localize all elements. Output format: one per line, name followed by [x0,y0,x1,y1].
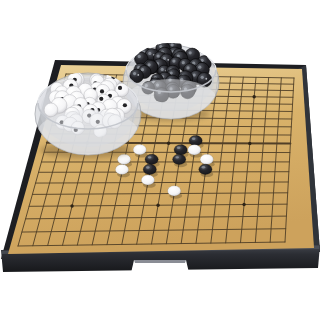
magnet-dot [99,97,103,101]
star-point [242,203,245,206]
star-point [252,95,255,98]
stone-sparkle [167,59,169,61]
stone-gloss [157,54,160,57]
stone-body [199,164,212,174]
stone-gloss [148,52,151,55]
stone-body [143,164,156,174]
stone-body [141,175,154,185]
stone-gloss [189,51,192,54]
stone-body [168,186,181,196]
stone-body [189,136,202,146]
stone-gloss [133,72,136,75]
stone-gloss [161,68,164,71]
stone-gloss [171,43,174,46]
stone-body [173,154,186,164]
stone-body [188,145,201,155]
grid-row-line [39,172,289,173]
stone-sparkle [137,74,139,76]
stone-body [145,154,158,164]
go-set-scene [0,0,320,320]
stone-gloss [182,61,185,64]
white-bowl-stone [44,103,58,117]
stone-gloss [193,73,196,76]
stone-body [133,145,146,155]
stone-gloss [172,60,175,63]
star-point [167,142,170,145]
go-set-product-photo [0,0,320,320]
star-point [70,204,73,207]
magnet-dot [100,89,104,93]
stone-body [200,154,213,164]
carry-notch-lip [134,260,186,263]
stone-gloss [186,66,189,69]
stone-body [174,145,187,155]
stone-gloss [192,137,196,139]
stone-body [44,103,58,117]
stone-gloss [198,66,201,69]
stone-sparkle [205,78,207,80]
stone-gloss [148,63,151,66]
stone-gloss [201,76,204,79]
stone-body [117,154,130,164]
stone-body [115,164,128,174]
magnet-dot [123,103,127,107]
stone-gloss [177,147,181,149]
star-point [156,204,159,207]
stone-gloss [202,166,206,168]
stone-gloss [148,156,152,158]
stone-gloss [175,156,179,158]
star-point [248,142,251,145]
stone-gloss [138,55,141,58]
magnet-dot [118,86,122,90]
stone-gloss [146,166,150,168]
